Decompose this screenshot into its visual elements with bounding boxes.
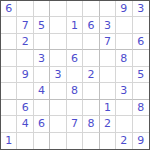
cell-r5c6: 2: [83, 67, 99, 83]
cell-r3c5[interactable]: [67, 34, 83, 50]
cell-r1c3[interactable]: [34, 1, 50, 17]
cell-r4c6[interactable]: [83, 50, 99, 66]
cell-r1c4[interactable]: [50, 1, 66, 17]
given-digit: 3: [137, 3, 144, 14]
cell-r3c4[interactable]: [50, 34, 66, 50]
cell-r1c7[interactable]: [100, 1, 116, 17]
given-digit: 9: [22, 69, 29, 80]
given-digit: 8: [71, 85, 78, 96]
cell-r6c7[interactable]: [100, 83, 116, 99]
cell-r1c9: 3: [133, 1, 149, 17]
given-digit: 8: [120, 53, 127, 64]
cell-r7c9: 8: [133, 100, 149, 116]
cell-r7c1[interactable]: [1, 100, 17, 116]
cell-r7c8[interactable]: [116, 100, 132, 116]
cell-r8c4[interactable]: [50, 116, 66, 132]
given-digit: 6: [137, 36, 144, 47]
cell-r9c5[interactable]: [67, 133, 83, 149]
cell-r3c1[interactable]: [1, 34, 17, 50]
cell-r1c5[interactable]: [67, 1, 83, 17]
cell-r8c2: 4: [17, 116, 33, 132]
cell-r8c6: 8: [83, 116, 99, 132]
cell-r9c8: 2: [116, 133, 132, 149]
cell-r6c2[interactable]: [17, 83, 33, 99]
cell-r3c7: 7: [100, 34, 116, 50]
cell-r4c8: 8: [116, 50, 132, 66]
given-digit: 1: [71, 20, 78, 31]
given-digit: 3: [120, 85, 127, 96]
cell-r2c8[interactable]: [116, 17, 132, 33]
given-digit: 2: [87, 69, 94, 80]
given-digit: 7: [104, 36, 111, 47]
given-digit: 2: [120, 135, 127, 146]
cell-r9c6[interactable]: [83, 133, 99, 149]
cell-r4c3: 3: [34, 50, 50, 66]
cell-r6c6[interactable]: [83, 83, 99, 99]
cell-r8c8[interactable]: [116, 116, 132, 132]
cell-r9c7[interactable]: [100, 133, 116, 149]
cell-r6c3: 4: [34, 83, 50, 99]
cell-r1c2[interactable]: [17, 1, 33, 17]
cell-r8c3: 6: [34, 116, 50, 132]
cell-r6c9[interactable]: [133, 83, 149, 99]
cell-r5c3[interactable]: [34, 67, 50, 83]
cell-r9c3[interactable]: [34, 133, 50, 149]
given-digit: 9: [120, 3, 127, 14]
given-digit: 6: [5, 3, 12, 14]
cell-r7c6[interactable]: [83, 100, 99, 116]
cell-r7c3[interactable]: [34, 100, 50, 116]
cell-r2c7: 3: [100, 17, 116, 33]
cell-r2c1[interactable]: [1, 17, 17, 33]
cell-r6c4[interactable]: [50, 83, 66, 99]
given-digit: 7: [22, 20, 29, 31]
cell-r1c1: 6: [1, 1, 17, 17]
given-digit: 8: [87, 118, 94, 129]
cell-r2c5: 1: [67, 17, 83, 33]
cell-r5c2: 9: [17, 67, 33, 83]
sudoku-board: 69375163276368932548361846782129: [0, 0, 150, 150]
cell-r5c7[interactable]: [100, 67, 116, 83]
cell-r1c8: 9: [116, 1, 132, 17]
given-digit: 1: [104, 102, 111, 113]
cell-r9c4[interactable]: [50, 133, 66, 149]
cell-r2c2: 7: [17, 17, 33, 33]
cell-r5c8[interactable]: [116, 67, 132, 83]
given-digit: 5: [38, 20, 45, 31]
given-digit: 3: [55, 69, 62, 80]
cell-r4c4[interactable]: [50, 50, 66, 66]
cell-r4c7[interactable]: [100, 50, 116, 66]
cell-r7c5[interactable]: [67, 100, 83, 116]
cell-r7c4[interactable]: [50, 100, 66, 116]
given-digit: 6: [22, 102, 29, 113]
cell-r2c9[interactable]: [133, 17, 149, 33]
cell-r7c2: 6: [17, 100, 33, 116]
cell-r3c6[interactable]: [83, 34, 99, 50]
cell-r9c1: 1: [1, 133, 17, 149]
cell-r4c9[interactable]: [133, 50, 149, 66]
given-digit: 4: [38, 85, 45, 96]
cell-r3c3[interactable]: [34, 34, 50, 50]
given-digit: 2: [22, 36, 29, 47]
given-digit: 8: [137, 102, 144, 113]
cell-r5c5[interactable]: [67, 67, 83, 83]
given-digit: 2: [104, 118, 111, 129]
cell-r5c4: 3: [50, 67, 66, 83]
cell-r4c5: 6: [67, 50, 83, 66]
cell-r8c9[interactable]: [133, 116, 149, 132]
cell-r8c1[interactable]: [1, 116, 17, 132]
cell-r5c1[interactable]: [1, 67, 17, 83]
given-digit: 6: [71, 53, 78, 64]
cell-r4c1[interactable]: [1, 50, 17, 66]
cell-r2c3: 5: [34, 17, 50, 33]
cell-r9c9: 9: [133, 133, 149, 149]
cell-r4c2[interactable]: [17, 50, 33, 66]
cell-r6c5: 8: [67, 83, 83, 99]
cell-r8c5: 7: [67, 116, 83, 132]
given-digit: 3: [38, 53, 45, 64]
cell-r5c9: 5: [133, 67, 149, 83]
given-digit: 9: [137, 135, 144, 146]
given-digit: 5: [137, 69, 144, 80]
cell-r1c6[interactable]: [83, 1, 99, 17]
cell-r8c7: 2: [100, 116, 116, 132]
cell-r3c8[interactable]: [116, 34, 132, 50]
cell-r2c4[interactable]: [50, 17, 66, 33]
cell-r6c8: 3: [116, 83, 132, 99]
given-digit: 3: [104, 20, 111, 31]
given-digit: 4: [22, 118, 29, 129]
given-digit: 6: [87, 20, 94, 31]
given-digit: 7: [71, 118, 78, 129]
cell-r6c1[interactable]: [1, 83, 17, 99]
cell-r7c7: 1: [100, 100, 116, 116]
given-digit: 1: [5, 135, 12, 146]
given-digit: 6: [38, 118, 45, 129]
cell-r9c2[interactable]: [17, 133, 33, 149]
cell-r2c6: 6: [83, 17, 99, 33]
cell-r3c2: 2: [17, 34, 33, 50]
cell-r3c9: 6: [133, 34, 149, 50]
